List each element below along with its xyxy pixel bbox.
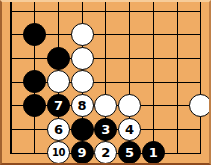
go-stone-black xyxy=(23,70,46,93)
go-stone-black-move-7: 7 xyxy=(47,94,70,117)
go-stone-black xyxy=(23,94,46,117)
go-stone-white-move-10: 10 xyxy=(47,141,70,164)
go-stone-black xyxy=(47,47,70,70)
go-stone-white-move-4: 4 xyxy=(118,118,141,141)
stones-layer: 78634109251 xyxy=(0,0,211,165)
go-stone-white-move-8: 8 xyxy=(71,94,94,117)
go-stone-black xyxy=(23,23,46,46)
move-number-label: 7 xyxy=(54,99,63,112)
go-stone-black-move-9: 9 xyxy=(71,141,94,164)
go-stone-black xyxy=(71,118,94,141)
move-number-label: 8 xyxy=(78,99,87,112)
move-number-label: 4 xyxy=(125,123,134,136)
move-number-label: 3 xyxy=(101,123,110,136)
go-board: 78634109251 xyxy=(2,2,209,163)
move-number-label: 10 xyxy=(52,148,65,158)
go-stone-white xyxy=(71,70,94,93)
move-number-label: 2 xyxy=(101,146,110,159)
go-stone-white xyxy=(94,94,117,117)
go-stone-white-move-2: 2 xyxy=(94,141,117,164)
move-number-label: 9 xyxy=(78,146,87,159)
move-number-label: 1 xyxy=(149,146,158,159)
go-stone-white xyxy=(71,47,94,70)
go-board-diagram: 78634109251 xyxy=(0,0,211,165)
go-stone-black-move-3: 3 xyxy=(94,118,117,141)
go-stone-white-move-6: 6 xyxy=(47,118,70,141)
go-stone-white xyxy=(71,23,94,46)
go-stone-white xyxy=(47,70,70,93)
go-stone-white xyxy=(189,94,211,117)
go-stone-black-move-1: 1 xyxy=(142,141,165,164)
move-number-label: 5 xyxy=(125,146,134,159)
move-number-label: 6 xyxy=(54,123,63,136)
go-stone-white xyxy=(118,94,141,117)
go-stone-black-move-5: 5 xyxy=(118,141,141,164)
